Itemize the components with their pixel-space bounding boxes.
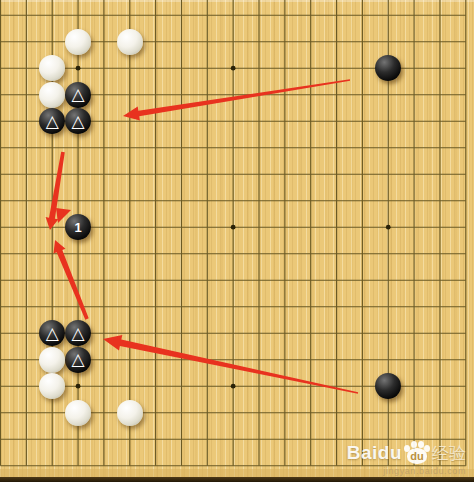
arrow-up-to-move-1: [54, 240, 89, 320]
arrow-to-top-marked-group: [123, 79, 350, 120]
board-bottom-edge: [0, 477, 474, 482]
arrow-to-bottom-marked-group: [103, 335, 358, 394]
red-corner-marker-at-move-1: [56, 208, 71, 223]
go-board[interactable]: △△△1△△△ Baidu du 经验 jingyan.baidu.com: [0, 0, 474, 482]
board-bottom-bevel: [0, 469, 474, 477]
annotation-arrows-layer: [0, 0, 474, 482]
